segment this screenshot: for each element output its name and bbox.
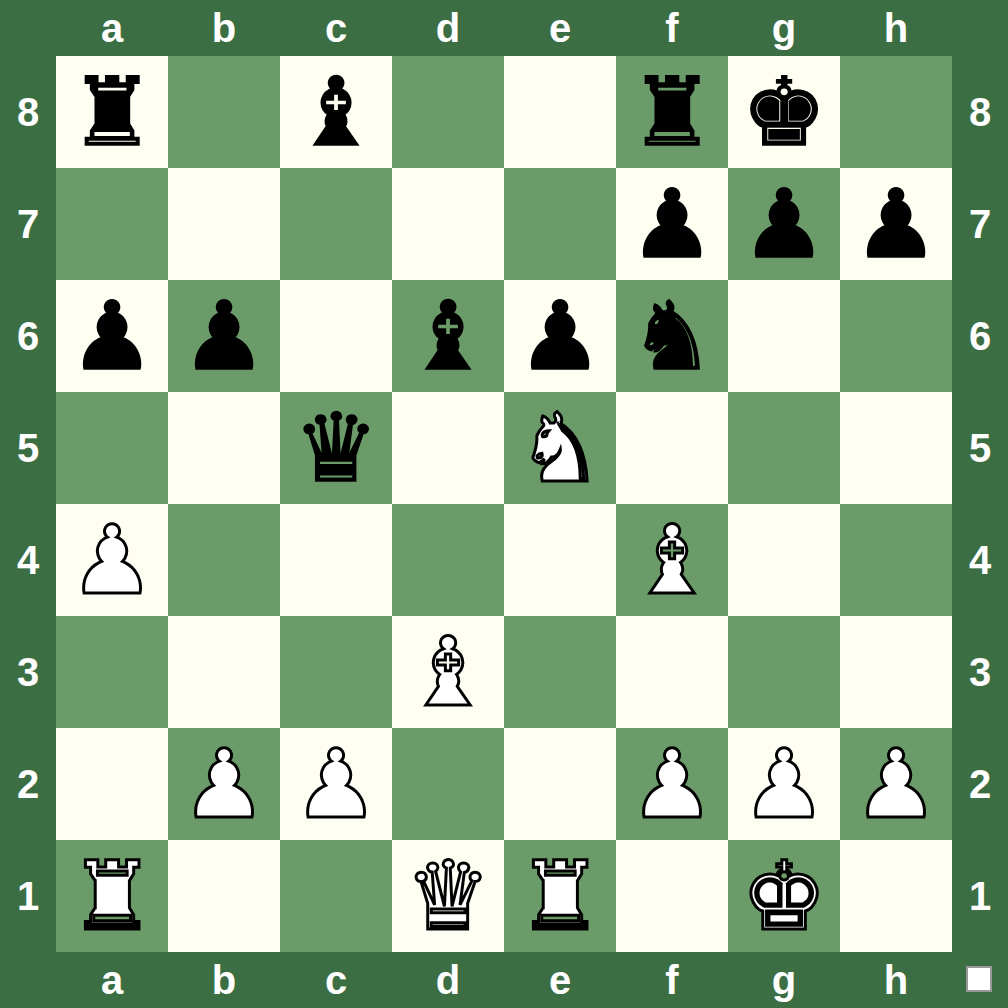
file-label-h-bottom: h [840,952,952,1008]
square-f4[interactable]: ♝ [616,504,728,616]
rank-label-7-left: 7 [0,168,56,280]
piece-black-pawn-b6[interactable]: ♟ [168,280,280,392]
square-b4[interactable] [168,504,280,616]
piece-black-pawn-a6[interactable]: ♟ [56,280,168,392]
file-label-g-top: g [728,0,840,56]
chess-board-frame: abcdefgh abcdefgh 87654321 87654321 ♜♝♜♚… [0,0,1008,1008]
piece-white-rook-a1[interactable]: ♜ [56,840,168,952]
square-h7[interactable]: ♟ [840,168,952,280]
rank-labels-right: 87654321 [952,56,1008,952]
square-c6[interactable] [280,280,392,392]
rank-label-2-right: 2 [952,728,1008,840]
file-label-c-top: c [280,0,392,56]
piece-white-rook-e1[interactable]: ♜ [504,840,616,952]
square-d7[interactable] [392,168,504,280]
rank-label-8-right: 8 [952,56,1008,168]
file-label-a-top: a [56,0,168,56]
rank-label-7-right: 7 [952,168,1008,280]
file-label-a-bottom: a [56,952,168,1008]
square-f6[interactable]: ♞ [616,280,728,392]
square-a3[interactable] [56,616,168,728]
square-a2[interactable] [56,728,168,840]
square-h2[interactable]: ♟ [840,728,952,840]
rank-label-3-right: 3 [952,616,1008,728]
file-labels-bottom: abcdefgh [56,952,952,1008]
square-g6[interactable] [728,280,840,392]
file-label-d-top: d [392,0,504,56]
piece-white-pawn-f2[interactable]: ♟ [616,728,728,840]
square-f2[interactable]: ♟ [616,728,728,840]
square-a4[interactable]: ♟ [56,504,168,616]
piece-black-bishop-c8[interactable]: ♝ [280,56,392,168]
square-g7[interactable]: ♟ [728,168,840,280]
chess-board: ♜♝♜♚♟♟♟♟♟♝♟♞♛♞♟♝♝♟♟♟♟♟♜♛♜♚ [56,56,952,952]
file-labels-top: abcdefgh [56,0,952,56]
square-e8[interactable] [504,56,616,168]
rank-label-5-left: 5 [0,392,56,504]
piece-white-pawn-g2[interactable]: ♟ [728,728,840,840]
square-c8[interactable]: ♝ [280,56,392,168]
file-label-e-top: e [504,0,616,56]
rank-label-8-left: 8 [0,56,56,168]
file-label-d-bottom: d [392,952,504,1008]
square-b2[interactable]: ♟ [168,728,280,840]
piece-black-queen-c5[interactable]: ♛ [280,392,392,504]
square-c3[interactable] [280,616,392,728]
square-b5[interactable] [168,392,280,504]
square-c1[interactable] [280,840,392,952]
piece-white-bishop-f4[interactable]: ♝ [616,504,728,616]
white-to-move-indicator [966,966,992,992]
file-label-b-top: b [168,0,280,56]
rank-label-1-right: 1 [952,840,1008,952]
square-d5[interactable] [392,392,504,504]
piece-black-bishop-d6[interactable]: ♝ [392,280,504,392]
square-g4[interactable] [728,504,840,616]
piece-black-rook-a8[interactable]: ♜ [56,56,168,168]
rank-labels-left: 87654321 [0,56,56,952]
rank-label-6-right: 6 [952,280,1008,392]
square-e6[interactable]: ♟ [504,280,616,392]
square-a1[interactable]: ♜ [56,840,168,952]
square-f1[interactable] [616,840,728,952]
piece-black-pawn-e6[interactable]: ♟ [504,280,616,392]
piece-black-knight-f6[interactable]: ♞ [616,280,728,392]
file-label-c-bottom: c [280,952,392,1008]
file-label-h-top: h [840,0,952,56]
rank-label-3-left: 3 [0,616,56,728]
file-label-g-bottom: g [728,952,840,1008]
file-label-e-bottom: e [504,952,616,1008]
square-c4[interactable] [280,504,392,616]
piece-white-knight-e5[interactable]: ♞ [504,392,616,504]
square-e1[interactable]: ♜ [504,840,616,952]
piece-black-rook-f8[interactable]: ♜ [616,56,728,168]
rank-label-5-right: 5 [952,392,1008,504]
rank-label-6-left: 6 [0,280,56,392]
square-f3[interactable] [616,616,728,728]
square-a6[interactable]: ♟ [56,280,168,392]
square-g1[interactable]: ♚ [728,840,840,952]
piece-white-queen-d1[interactable]: ♛ [392,840,504,952]
piece-white-king-g1[interactable]: ♚ [728,840,840,952]
square-e2[interactable] [504,728,616,840]
piece-white-bishop-d3[interactable]: ♝ [392,616,504,728]
rank-label-2-left: 2 [0,728,56,840]
file-label-b-bottom: b [168,952,280,1008]
square-e5[interactable]: ♞ [504,392,616,504]
square-h5[interactable] [840,392,952,504]
square-g8[interactable]: ♚ [728,56,840,168]
piece-black-king-g8[interactable]: ♚ [728,56,840,168]
square-d4[interactable] [392,504,504,616]
rank-label-4-right: 4 [952,504,1008,616]
square-a5[interactable] [56,392,168,504]
square-e3[interactable] [504,616,616,728]
square-g5[interactable] [728,392,840,504]
piece-black-pawn-g7[interactable]: ♟ [728,168,840,280]
piece-black-pawn-f7[interactable]: ♟ [616,168,728,280]
square-h8[interactable] [840,56,952,168]
square-d6[interactable]: ♝ [392,280,504,392]
square-f7[interactable]: ♟ [616,168,728,280]
square-f8[interactable]: ♜ [616,56,728,168]
piece-white-pawn-c2[interactable]: ♟ [280,728,392,840]
square-h6[interactable] [840,280,952,392]
square-h3[interactable] [840,616,952,728]
square-f5[interactable] [616,392,728,504]
rank-label-4-left: 4 [0,504,56,616]
square-g3[interactable] [728,616,840,728]
square-a8[interactable]: ♜ [56,56,168,168]
square-c7[interactable] [280,168,392,280]
file-label-f-bottom: f [616,952,728,1008]
square-c5[interactable]: ♛ [280,392,392,504]
square-d1[interactable]: ♛ [392,840,504,952]
square-b6[interactable]: ♟ [168,280,280,392]
square-h4[interactable] [840,504,952,616]
piece-black-pawn-h7[interactable]: ♟ [840,168,952,280]
square-b3[interactable] [168,616,280,728]
square-d8[interactable] [392,56,504,168]
rank-label-1-left: 1 [0,840,56,952]
square-h1[interactable] [840,840,952,952]
square-e4[interactable] [504,504,616,616]
square-g2[interactable]: ♟ [728,728,840,840]
square-b8[interactable] [168,56,280,168]
square-b1[interactable] [168,840,280,952]
square-c2[interactable]: ♟ [280,728,392,840]
square-e7[interactable] [504,168,616,280]
file-label-f-top: f [616,0,728,56]
square-a7[interactable] [56,168,168,280]
piece-white-pawn-a4[interactable]: ♟ [56,504,168,616]
piece-white-pawn-b2[interactable]: ♟ [168,728,280,840]
square-b7[interactable] [168,168,280,280]
square-d2[interactable] [392,728,504,840]
piece-white-pawn-h2[interactable]: ♟ [840,728,952,840]
square-d3[interactable]: ♝ [392,616,504,728]
